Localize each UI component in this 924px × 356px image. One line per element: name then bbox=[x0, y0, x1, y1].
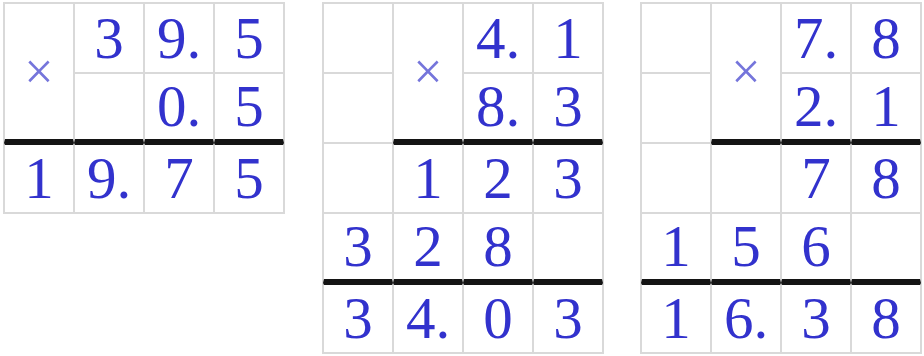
cell-r3c3: 2 bbox=[463, 143, 533, 213]
cell-r3c4: 5 bbox=[214, 143, 284, 213]
problem-1-grid: × 3 9. 5 0. 5 1 9. 7 5 bbox=[3, 2, 285, 214]
problem-3-grid: × 7. 8 2. 1 7 8 1 5 6 1 6. 3 8 bbox=[640, 2, 922, 354]
cell-r2c2 bbox=[74, 73, 144, 143]
cell-r3c4: 3 bbox=[533, 143, 603, 213]
cell-r2c1 bbox=[641, 73, 711, 143]
cell-r3c3: 7 bbox=[144, 143, 214, 213]
cell-r3c1 bbox=[323, 143, 393, 213]
cell-r5c3: 3 bbox=[781, 283, 851, 353]
cell-r1c4: 1 bbox=[533, 3, 603, 73]
cell-r3c1: 1 bbox=[4, 143, 74, 213]
cell-r2c4: 3 bbox=[533, 73, 603, 143]
cell-r4c1: 3 bbox=[323, 213, 393, 283]
cell-r4c1: 1 bbox=[641, 213, 711, 283]
cell-r4c2: 5 bbox=[711, 213, 781, 283]
cell-r4c4 bbox=[851, 213, 921, 283]
cell-r5c2: 4. bbox=[393, 283, 463, 353]
cell-r1c4: 5 bbox=[214, 3, 284, 73]
multiply-sign: × bbox=[393, 3, 463, 143]
cell-r2c3: 8. bbox=[463, 73, 533, 143]
cell-r4c4 bbox=[533, 213, 603, 283]
cell-r1c3: 7. bbox=[781, 3, 851, 73]
cell-r1c2: 3 bbox=[74, 3, 144, 73]
cell-r5c4: 3 bbox=[533, 283, 603, 353]
cell-r2c4: 5 bbox=[214, 73, 284, 143]
cell-r5c3: 0 bbox=[463, 283, 533, 353]
cell-r2c3: 0. bbox=[144, 73, 214, 143]
cell-r5c1: 3 bbox=[323, 283, 393, 353]
cell-r1c1 bbox=[323, 3, 393, 73]
cell-r5c2: 6. bbox=[711, 283, 781, 353]
cell-r1c3: 9. bbox=[144, 3, 214, 73]
cell-r1c1 bbox=[641, 3, 711, 73]
cell-r2c3: 2. bbox=[781, 73, 851, 143]
cell-r2c4: 1 bbox=[851, 73, 921, 143]
cell-r3c2 bbox=[711, 143, 781, 213]
cell-r2c1 bbox=[323, 73, 393, 143]
cell-r3c3: 7 bbox=[781, 143, 851, 213]
cell-r5c1: 1 bbox=[641, 283, 711, 353]
cell-r4c3: 8 bbox=[463, 213, 533, 283]
cell-r4c3: 6 bbox=[781, 213, 851, 283]
worksheet: × 3 9. 5 0. 5 1 9. 7 5 × 4. 1 8. 3 1 2 3… bbox=[0, 0, 924, 354]
cell-r1c3: 4. bbox=[463, 3, 533, 73]
cell-r4c2: 2 bbox=[393, 213, 463, 283]
multiply-sign: × bbox=[4, 3, 74, 143]
cell-r3c2: 1 bbox=[393, 143, 463, 213]
cell-r3c2: 9. bbox=[74, 143, 144, 213]
multiply-sign: × bbox=[711, 3, 781, 143]
cell-r5c4: 8 bbox=[851, 283, 921, 353]
cell-r1c4: 8 bbox=[851, 3, 921, 73]
cell-r3c4: 8 bbox=[851, 143, 921, 213]
cell-r3c1 bbox=[641, 143, 711, 213]
problem-2-grid: × 4. 1 8. 3 1 2 3 3 2 8 3 4. 0 3 bbox=[322, 2, 604, 354]
